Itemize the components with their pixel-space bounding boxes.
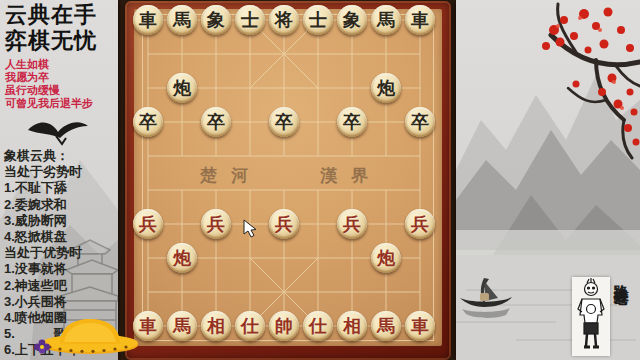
- red-chariot[interactable]: 車: [405, 311, 435, 341]
- red-soldier[interactable]: 兵: [269, 209, 299, 239]
- cartoon-mascot-icon: [572, 277, 610, 356]
- black-horse[interactable]: 馬: [167, 5, 197, 35]
- red-soldier[interactable]: 兵: [201, 209, 231, 239]
- mascot-caption: 路边摊老云: [611, 272, 630, 282]
- red-advisor[interactable]: 仕: [303, 311, 333, 341]
- red-advisor[interactable]: 仕: [235, 311, 265, 341]
- poem-line: 虽行动缓慢: [5, 84, 93, 97]
- boat-icon: [456, 276, 516, 320]
- xiangqi-app-screen: 云典在手 弈棋无忧 人生如棋 我愿为卒 虽行动缓慢 可曾见我后退半步 象棋云典：…: [0, 0, 640, 360]
- black-horse[interactable]: 馬: [371, 5, 401, 35]
- black-advisor[interactable]: 士: [303, 5, 333, 35]
- mascot-frame: [572, 277, 610, 356]
- codex-list-title: 象棋云典：: [4, 148, 82, 164]
- codex-item: 1.不耻下舔: [4, 180, 82, 196]
- codex-item: 2.委婉求和: [4, 197, 82, 213]
- black-soldier[interactable]: 卒: [133, 107, 163, 137]
- red-horse[interactable]: 馬: [167, 311, 197, 341]
- slogan-line-1: 云典在手: [5, 2, 97, 28]
- black-cannon[interactable]: 炮: [371, 73, 401, 103]
- codex-item: 2.神速些吧: [4, 278, 82, 294]
- black-chariot[interactable]: 車: [133, 5, 163, 35]
- black-soldier[interactable]: 卒: [337, 107, 367, 137]
- bird-icon: [26, 116, 90, 152]
- plum-blossom-icon: [456, 0, 640, 160]
- slogan-title: 云典在手 弈棋无忧: [5, 2, 97, 54]
- codex-item: 3.威胁断网: [4, 213, 82, 229]
- slogan-line-2: 弈棋无忧: [5, 28, 97, 54]
- black-soldier[interactable]: 卒: [201, 107, 231, 137]
- red-soldier[interactable]: 兵: [405, 209, 435, 239]
- right-panel: 业叁守門員 天天象棋: [456, 0, 640, 360]
- black-chariot[interactable]: 車: [405, 5, 435, 35]
- black-elephant[interactable]: 象: [201, 5, 231, 35]
- red-horse[interactable]: 馬: [371, 311, 401, 341]
- red-soldier[interactable]: 兵: [133, 209, 163, 239]
- mountains-icon: [456, 0, 640, 360]
- pawn-poem: 人生如棋 我愿为卒 虽行动缓慢 可曾见我后退半步: [5, 58, 93, 110]
- red-elephant[interactable]: 相: [337, 311, 367, 341]
- black-general[interactable]: 将: [269, 5, 299, 35]
- red-cannon[interactable]: 炮: [167, 243, 197, 273]
- poem-line: 人生如棋: [5, 58, 93, 71]
- codex-item: 当处于优势时: [4, 245, 82, 261]
- straw-hat-icon: [34, 318, 140, 356]
- black-soldier[interactable]: 卒: [269, 107, 299, 137]
- codex-item: 4.怒掀棋盘: [4, 229, 82, 245]
- black-advisor[interactable]: 士: [235, 5, 265, 35]
- codex-item: 1.没事就将: [4, 261, 82, 277]
- codex-item: 当处于劣势时: [4, 164, 82, 180]
- codex-item: 3.小兵围将: [4, 294, 82, 310]
- red-cannon[interactable]: 炮: [371, 243, 401, 273]
- poem-line: 我愿为卒: [5, 71, 93, 84]
- red-general[interactable]: 帥: [269, 311, 299, 341]
- red-elephant[interactable]: 相: [201, 311, 231, 341]
- pieces-grid: 車馬象士将士象馬車炮炮卒卒卒卒卒兵兵兵兵兵炮炮車馬相仕帥仕相馬車: [131, 3, 437, 343]
- left-panel: 云典在手 弈棋无忧 人生如棋 我愿为卒 虽行动缓慢 可曾见我后退半步 象棋云典：…: [0, 0, 118, 360]
- mouse-cursor-icon: [243, 219, 257, 239]
- black-soldier[interactable]: 卒: [405, 107, 435, 137]
- xiangqi-board-frame: 楚河 漢界 車馬象士将士象馬車炮炮卒卒卒卒卒兵兵兵兵兵炮炮車馬相仕帥仕相馬車: [125, 1, 451, 360]
- poem-line: 可曾见我后退半步: [5, 97, 93, 110]
- red-soldier[interactable]: 兵: [337, 209, 367, 239]
- xiangqi-board[interactable]: 楚河 漢界 車馬象士将士象馬車炮炮卒卒卒卒卒兵兵兵兵兵炮炮車馬相仕帥仕相馬車: [134, 9, 442, 346]
- black-elephant[interactable]: 象: [337, 5, 367, 35]
- black-cannon[interactable]: 炮: [167, 73, 197, 103]
